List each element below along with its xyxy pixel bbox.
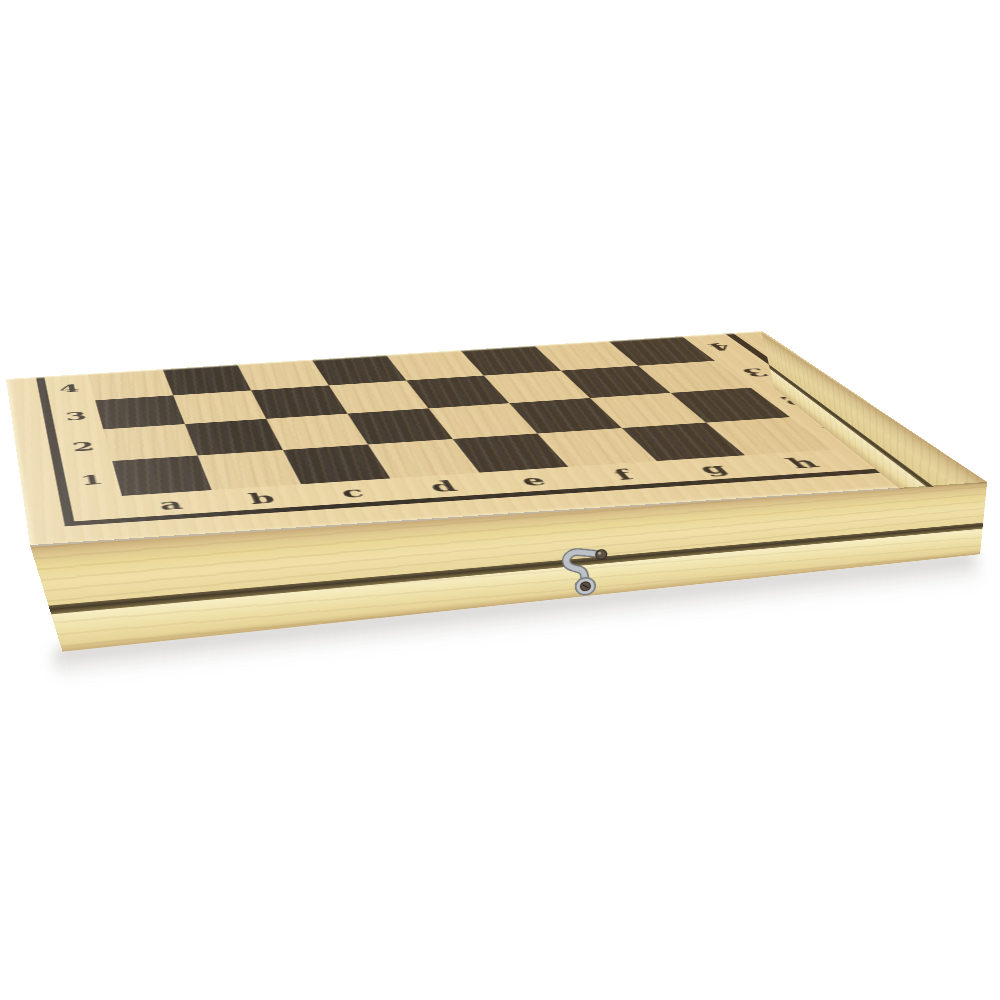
chess-box-scene: 4321 4321 abcdefgh (0, 0, 1000, 1000)
rank-label-left-4: 4 (44, 374, 95, 403)
square-a1 (112, 455, 211, 495)
clasp-latch-icon (560, 543, 616, 599)
rank-label-left-3: 3 (50, 400, 104, 432)
clasp-screw-top (595, 549, 607, 560)
rank-label-left-2: 2 (56, 429, 112, 464)
rank-label-left-1: 1 (62, 461, 122, 499)
